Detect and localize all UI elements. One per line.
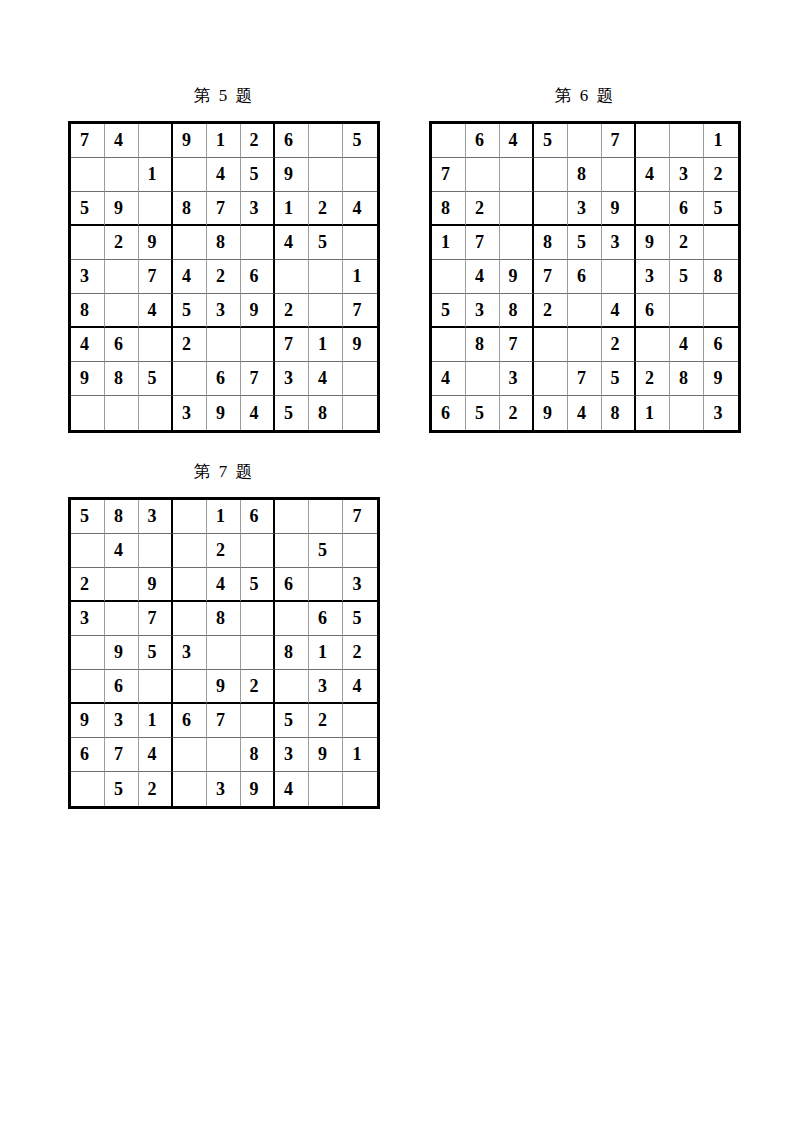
cell-r4c1: 1 bbox=[432, 226, 466, 260]
cell-r2c1 bbox=[71, 534, 105, 568]
cell-r2c8: 3 bbox=[670, 158, 704, 192]
cell-r2c4 bbox=[534, 158, 568, 192]
cell-r3c1: 2 bbox=[71, 568, 105, 602]
cell-r2c8: 5 bbox=[309, 534, 343, 568]
cell-r8c9 bbox=[343, 362, 377, 396]
cell-r6c1 bbox=[71, 670, 105, 704]
cell-r5c6 bbox=[241, 636, 275, 670]
cell-r7c6 bbox=[241, 328, 275, 362]
cell-r7c5: 7 bbox=[207, 704, 241, 738]
cell-r5c1 bbox=[71, 636, 105, 670]
cell-r6c8: 3 bbox=[309, 670, 343, 704]
cell-r4c4 bbox=[173, 602, 207, 636]
cell-r5c7 bbox=[275, 260, 309, 294]
cell-r4c1: 3 bbox=[71, 602, 105, 636]
cell-r2c1: 7 bbox=[432, 158, 466, 192]
cell-r7c7: 7 bbox=[275, 328, 309, 362]
cell-r6c6: 9 bbox=[241, 294, 275, 328]
cell-r6c8 bbox=[309, 294, 343, 328]
cell-r1c2: 8 bbox=[105, 500, 139, 534]
cell-r8c2: 7 bbox=[105, 738, 139, 772]
cell-r6c5 bbox=[568, 294, 602, 328]
cell-r4c5: 8 bbox=[207, 602, 241, 636]
puzzle-7-title: 第 7 题 bbox=[68, 462, 380, 482]
cell-r3c2: 9 bbox=[105, 192, 139, 226]
cell-r4c8: 2 bbox=[670, 226, 704, 260]
cell-r8c7: 3 bbox=[275, 738, 309, 772]
cell-r7c8: 1 bbox=[309, 328, 343, 362]
cell-r4c5: 5 bbox=[568, 226, 602, 260]
cell-r8c5: 7 bbox=[568, 362, 602, 396]
cell-r8c5 bbox=[207, 738, 241, 772]
cell-r6c2: 6 bbox=[105, 670, 139, 704]
cell-r7c8: 4 bbox=[670, 328, 704, 362]
cell-r6c9: 7 bbox=[343, 294, 377, 328]
cell-r3c3 bbox=[139, 192, 173, 226]
cell-r2c4 bbox=[173, 534, 207, 568]
cell-r7c1 bbox=[432, 328, 466, 362]
cell-r7c4: 2 bbox=[173, 328, 207, 362]
puzzle-6-title: 第 6 题 bbox=[429, 86, 741, 106]
cell-r1c5: 1 bbox=[207, 124, 241, 158]
cell-r8c7: 2 bbox=[636, 362, 670, 396]
cell-r9c5: 3 bbox=[207, 772, 241, 806]
cell-r1c1 bbox=[432, 124, 466, 158]
sudoku-puzzle-6: 第 6 题 6457178432823965178539249763585382… bbox=[429, 86, 741, 433]
cell-r3c2: 2 bbox=[466, 192, 500, 226]
cell-r9c9 bbox=[343, 772, 377, 806]
cell-r6c4: 2 bbox=[534, 294, 568, 328]
cell-r9c1 bbox=[71, 772, 105, 806]
cell-r7c9 bbox=[343, 704, 377, 738]
cell-r9c9: 3 bbox=[704, 396, 738, 430]
cell-r6c3 bbox=[139, 670, 173, 704]
cell-r3c8 bbox=[309, 568, 343, 602]
cell-r6c6: 2 bbox=[241, 670, 275, 704]
cell-r3c6: 5 bbox=[241, 568, 275, 602]
cell-r8c8: 8 bbox=[670, 362, 704, 396]
cell-r8c5: 6 bbox=[207, 362, 241, 396]
cell-r6c7 bbox=[275, 670, 309, 704]
cell-r9c6: 8 bbox=[602, 396, 636, 430]
cell-r2c6 bbox=[241, 534, 275, 568]
cell-r3c7 bbox=[636, 192, 670, 226]
cell-r9c4 bbox=[173, 772, 207, 806]
cell-r8c4 bbox=[173, 362, 207, 396]
cell-r5c5: 6 bbox=[568, 260, 602, 294]
cell-r1c2: 6 bbox=[466, 124, 500, 158]
cell-r1c6: 6 bbox=[241, 500, 275, 534]
cell-r8c2 bbox=[466, 362, 500, 396]
cell-r6c7: 6 bbox=[636, 294, 670, 328]
cell-r5c8: 5 bbox=[670, 260, 704, 294]
cell-r7c6 bbox=[241, 704, 275, 738]
cell-r9c5: 9 bbox=[207, 396, 241, 430]
cell-r6c2 bbox=[105, 294, 139, 328]
cell-r6c1: 8 bbox=[71, 294, 105, 328]
cell-r1c7: 6 bbox=[275, 124, 309, 158]
cell-r1c6: 7 bbox=[602, 124, 636, 158]
cell-r4c8: 5 bbox=[309, 226, 343, 260]
cell-r8c4 bbox=[173, 738, 207, 772]
cell-r7c8: 2 bbox=[309, 704, 343, 738]
cell-r2c4 bbox=[173, 158, 207, 192]
cell-r4c4: 8 bbox=[534, 226, 568, 260]
cell-r7c3: 1 bbox=[139, 704, 173, 738]
cell-r9c1: 6 bbox=[432, 396, 466, 430]
cell-r3c8: 6 bbox=[670, 192, 704, 226]
cell-r7c5 bbox=[568, 328, 602, 362]
cell-r7c3: 7 bbox=[500, 328, 534, 362]
cell-r1c1: 5 bbox=[71, 500, 105, 534]
cell-r9c3 bbox=[139, 396, 173, 430]
cell-r1c4 bbox=[173, 500, 207, 534]
cell-r8c6: 5 bbox=[602, 362, 636, 396]
cell-r5c4: 4 bbox=[173, 260, 207, 294]
cell-r1c1: 7 bbox=[71, 124, 105, 158]
cell-r5c7: 8 bbox=[275, 636, 309, 670]
sudoku-puzzle-7: 第 7 题 5831674252945633786595381269234931… bbox=[68, 462, 380, 809]
cell-r4c3: 9 bbox=[139, 226, 173, 260]
cell-r1c4: 9 bbox=[173, 124, 207, 158]
cell-r6c1: 5 bbox=[432, 294, 466, 328]
cell-r4c2 bbox=[105, 602, 139, 636]
cell-r7c4 bbox=[534, 328, 568, 362]
cell-r3c6: 3 bbox=[241, 192, 275, 226]
cell-r2c7 bbox=[275, 534, 309, 568]
cell-r3c1: 5 bbox=[71, 192, 105, 226]
cell-r6c6: 4 bbox=[602, 294, 636, 328]
cell-r7c9: 6 bbox=[704, 328, 738, 362]
cell-r1c4: 5 bbox=[534, 124, 568, 158]
cell-r8c7: 3 bbox=[275, 362, 309, 396]
cell-r5c1: 3 bbox=[71, 260, 105, 294]
cell-r8c1: 9 bbox=[71, 362, 105, 396]
cell-r1c3: 3 bbox=[139, 500, 173, 534]
cell-r4c7 bbox=[275, 602, 309, 636]
cell-r2c5: 4 bbox=[207, 158, 241, 192]
cell-r6c8 bbox=[670, 294, 704, 328]
cell-r5c6: 6 bbox=[241, 260, 275, 294]
cell-r5c5: 2 bbox=[207, 260, 241, 294]
cell-r6c5: 3 bbox=[207, 294, 241, 328]
cell-r2c3 bbox=[500, 158, 534, 192]
cell-r7c7: 5 bbox=[275, 704, 309, 738]
cell-r6c4 bbox=[173, 670, 207, 704]
cell-r1c6: 2 bbox=[241, 124, 275, 158]
cell-r9c8: 8 bbox=[309, 396, 343, 430]
cell-r4c6: 3 bbox=[602, 226, 636, 260]
cell-r9c7: 4 bbox=[275, 772, 309, 806]
puzzle-5-title: 第 5 题 bbox=[68, 86, 380, 106]
cell-r2c2 bbox=[466, 158, 500, 192]
sudoku-board-5: 7491265145959873124298453742618453927462… bbox=[68, 121, 380, 433]
sudoku-board-6: 6457178432823965178539249763585382468724… bbox=[429, 121, 741, 433]
cell-r2c7: 9 bbox=[275, 158, 309, 192]
cell-r6c7: 2 bbox=[275, 294, 309, 328]
cell-r3c6: 9 bbox=[602, 192, 636, 226]
cell-r5c9: 1 bbox=[343, 260, 377, 294]
cell-r3c3: 9 bbox=[139, 568, 173, 602]
cell-r9c4: 9 bbox=[534, 396, 568, 430]
cell-r4c9 bbox=[704, 226, 738, 260]
cell-r3c7: 6 bbox=[275, 568, 309, 602]
cell-r6c4: 5 bbox=[173, 294, 207, 328]
cell-r8c9: 9 bbox=[704, 362, 738, 396]
cell-r3c9: 4 bbox=[343, 192, 377, 226]
cell-r6c9 bbox=[704, 294, 738, 328]
cell-r8c6: 8 bbox=[241, 738, 275, 772]
cell-r4c9 bbox=[343, 226, 377, 260]
cell-r5c4: 7 bbox=[534, 260, 568, 294]
cell-r9c3: 2 bbox=[139, 772, 173, 806]
cell-r1c8 bbox=[670, 124, 704, 158]
cell-r9c6: 4 bbox=[241, 396, 275, 430]
cell-r7c5 bbox=[207, 328, 241, 362]
cell-r2c7: 4 bbox=[636, 158, 670, 192]
cell-r9c3: 2 bbox=[500, 396, 534, 430]
cell-r3c9: 5 bbox=[704, 192, 738, 226]
cell-r1c9: 1 bbox=[704, 124, 738, 158]
cell-r3c1: 8 bbox=[432, 192, 466, 226]
cell-r1c9: 5 bbox=[343, 124, 377, 158]
cell-r4c7: 4 bbox=[275, 226, 309, 260]
cell-r5c3: 5 bbox=[139, 636, 173, 670]
cell-r4c2: 7 bbox=[466, 226, 500, 260]
cell-r9c2: 5 bbox=[466, 396, 500, 430]
cell-r2c2 bbox=[105, 158, 139, 192]
cell-r5c6 bbox=[602, 260, 636, 294]
cell-r1c7 bbox=[275, 500, 309, 534]
cell-r8c3: 3 bbox=[500, 362, 534, 396]
cell-r5c4: 3 bbox=[173, 636, 207, 670]
cell-r4c8: 6 bbox=[309, 602, 343, 636]
cell-r7c4: 6 bbox=[173, 704, 207, 738]
cell-r3c5: 4 bbox=[207, 568, 241, 602]
cell-r7c6: 2 bbox=[602, 328, 636, 362]
cell-r5c9: 2 bbox=[343, 636, 377, 670]
cell-r4c7: 9 bbox=[636, 226, 670, 260]
cell-r5c8: 1 bbox=[309, 636, 343, 670]
cell-r9c8 bbox=[309, 772, 343, 806]
cell-r3c8: 2 bbox=[309, 192, 343, 226]
cell-r1c5 bbox=[568, 124, 602, 158]
cell-r1c9: 7 bbox=[343, 500, 377, 534]
cell-r8c1: 6 bbox=[71, 738, 105, 772]
cell-r5c3: 7 bbox=[139, 260, 173, 294]
cell-r7c2: 6 bbox=[105, 328, 139, 362]
cell-r4c6 bbox=[241, 602, 275, 636]
cell-r2c6 bbox=[602, 158, 636, 192]
cell-r2c6: 5 bbox=[241, 158, 275, 192]
cell-r3c4 bbox=[173, 568, 207, 602]
cell-r5c3: 9 bbox=[500, 260, 534, 294]
cell-r4c9: 5 bbox=[343, 602, 377, 636]
cell-r7c9: 9 bbox=[343, 328, 377, 362]
cell-r1c8 bbox=[309, 124, 343, 158]
sudoku-puzzle-5: 第 5 题 7491265145959873124298453742618453… bbox=[68, 86, 380, 433]
cell-r8c9: 1 bbox=[343, 738, 377, 772]
cell-r3c3 bbox=[500, 192, 534, 226]
cell-r2c3 bbox=[139, 534, 173, 568]
cell-r4c5: 8 bbox=[207, 226, 241, 260]
cell-r5c1 bbox=[432, 260, 466, 294]
cell-r3c4: 8 bbox=[173, 192, 207, 226]
cell-r1c2: 4 bbox=[105, 124, 139, 158]
cell-r3c2 bbox=[105, 568, 139, 602]
cell-r3c9: 3 bbox=[343, 568, 377, 602]
cell-r4c3 bbox=[500, 226, 534, 260]
cell-r5c5 bbox=[207, 636, 241, 670]
cell-r7c2: 8 bbox=[466, 328, 500, 362]
cell-r7c3 bbox=[139, 328, 173, 362]
cell-r9c2: 5 bbox=[105, 772, 139, 806]
cell-r1c3 bbox=[139, 124, 173, 158]
cell-r8c2: 8 bbox=[105, 362, 139, 396]
cell-r1c5: 1 bbox=[207, 500, 241, 534]
cell-r7c7 bbox=[636, 328, 670, 362]
cell-r9c1 bbox=[71, 396, 105, 430]
sudoku-board-7: 5831674252945633786595381269234931675267… bbox=[68, 497, 380, 809]
cell-r2c9: 2 bbox=[704, 158, 738, 192]
cell-r9c8 bbox=[670, 396, 704, 430]
cell-r2c9 bbox=[343, 158, 377, 192]
cell-r5c2 bbox=[105, 260, 139, 294]
cell-r2c3: 1 bbox=[139, 158, 173, 192]
cell-r9c7: 1 bbox=[636, 396, 670, 430]
cell-r9c6: 9 bbox=[241, 772, 275, 806]
cell-r5c8 bbox=[309, 260, 343, 294]
cell-r7c2: 3 bbox=[105, 704, 139, 738]
cell-r2c8 bbox=[309, 158, 343, 192]
cell-r7c1: 4 bbox=[71, 328, 105, 362]
cell-r8c6: 7 bbox=[241, 362, 275, 396]
cell-r6c5: 9 bbox=[207, 670, 241, 704]
cell-r9c7: 5 bbox=[275, 396, 309, 430]
cell-r3c4 bbox=[534, 192, 568, 226]
cell-r3c5: 3 bbox=[568, 192, 602, 226]
cell-r6c3: 8 bbox=[500, 294, 534, 328]
cell-r4c4 bbox=[173, 226, 207, 260]
cell-r8c3: 4 bbox=[139, 738, 173, 772]
cell-r5c7: 3 bbox=[636, 260, 670, 294]
cell-r4c1 bbox=[71, 226, 105, 260]
cell-r9c5: 4 bbox=[568, 396, 602, 430]
cell-r1c8 bbox=[309, 500, 343, 534]
cell-r4c2: 2 bbox=[105, 226, 139, 260]
cell-r5c2: 4 bbox=[466, 260, 500, 294]
cell-r4c3: 7 bbox=[139, 602, 173, 636]
cell-r9c9 bbox=[343, 396, 377, 430]
cell-r6c9: 4 bbox=[343, 670, 377, 704]
cell-r2c9 bbox=[343, 534, 377, 568]
cell-r4c6 bbox=[241, 226, 275, 260]
cell-r8c8: 9 bbox=[309, 738, 343, 772]
cell-r8c1: 4 bbox=[432, 362, 466, 396]
cell-r3c5: 7 bbox=[207, 192, 241, 226]
cell-r7c1: 9 bbox=[71, 704, 105, 738]
cell-r9c4: 3 bbox=[173, 396, 207, 430]
cell-r6c2: 3 bbox=[466, 294, 500, 328]
cell-r5c2: 9 bbox=[105, 636, 139, 670]
cell-r2c2: 4 bbox=[105, 534, 139, 568]
cell-r2c1 bbox=[71, 158, 105, 192]
cell-r2c5: 8 bbox=[568, 158, 602, 192]
cell-r6c3: 4 bbox=[139, 294, 173, 328]
cell-r5c9: 8 bbox=[704, 260, 738, 294]
cell-r1c3: 4 bbox=[500, 124, 534, 158]
cell-r8c8: 4 bbox=[309, 362, 343, 396]
cell-r1c7 bbox=[636, 124, 670, 158]
cell-r2c5: 2 bbox=[207, 534, 241, 568]
cell-r9c2 bbox=[105, 396, 139, 430]
cell-r8c3: 5 bbox=[139, 362, 173, 396]
cell-r8c4 bbox=[534, 362, 568, 396]
cell-r3c7: 1 bbox=[275, 192, 309, 226]
